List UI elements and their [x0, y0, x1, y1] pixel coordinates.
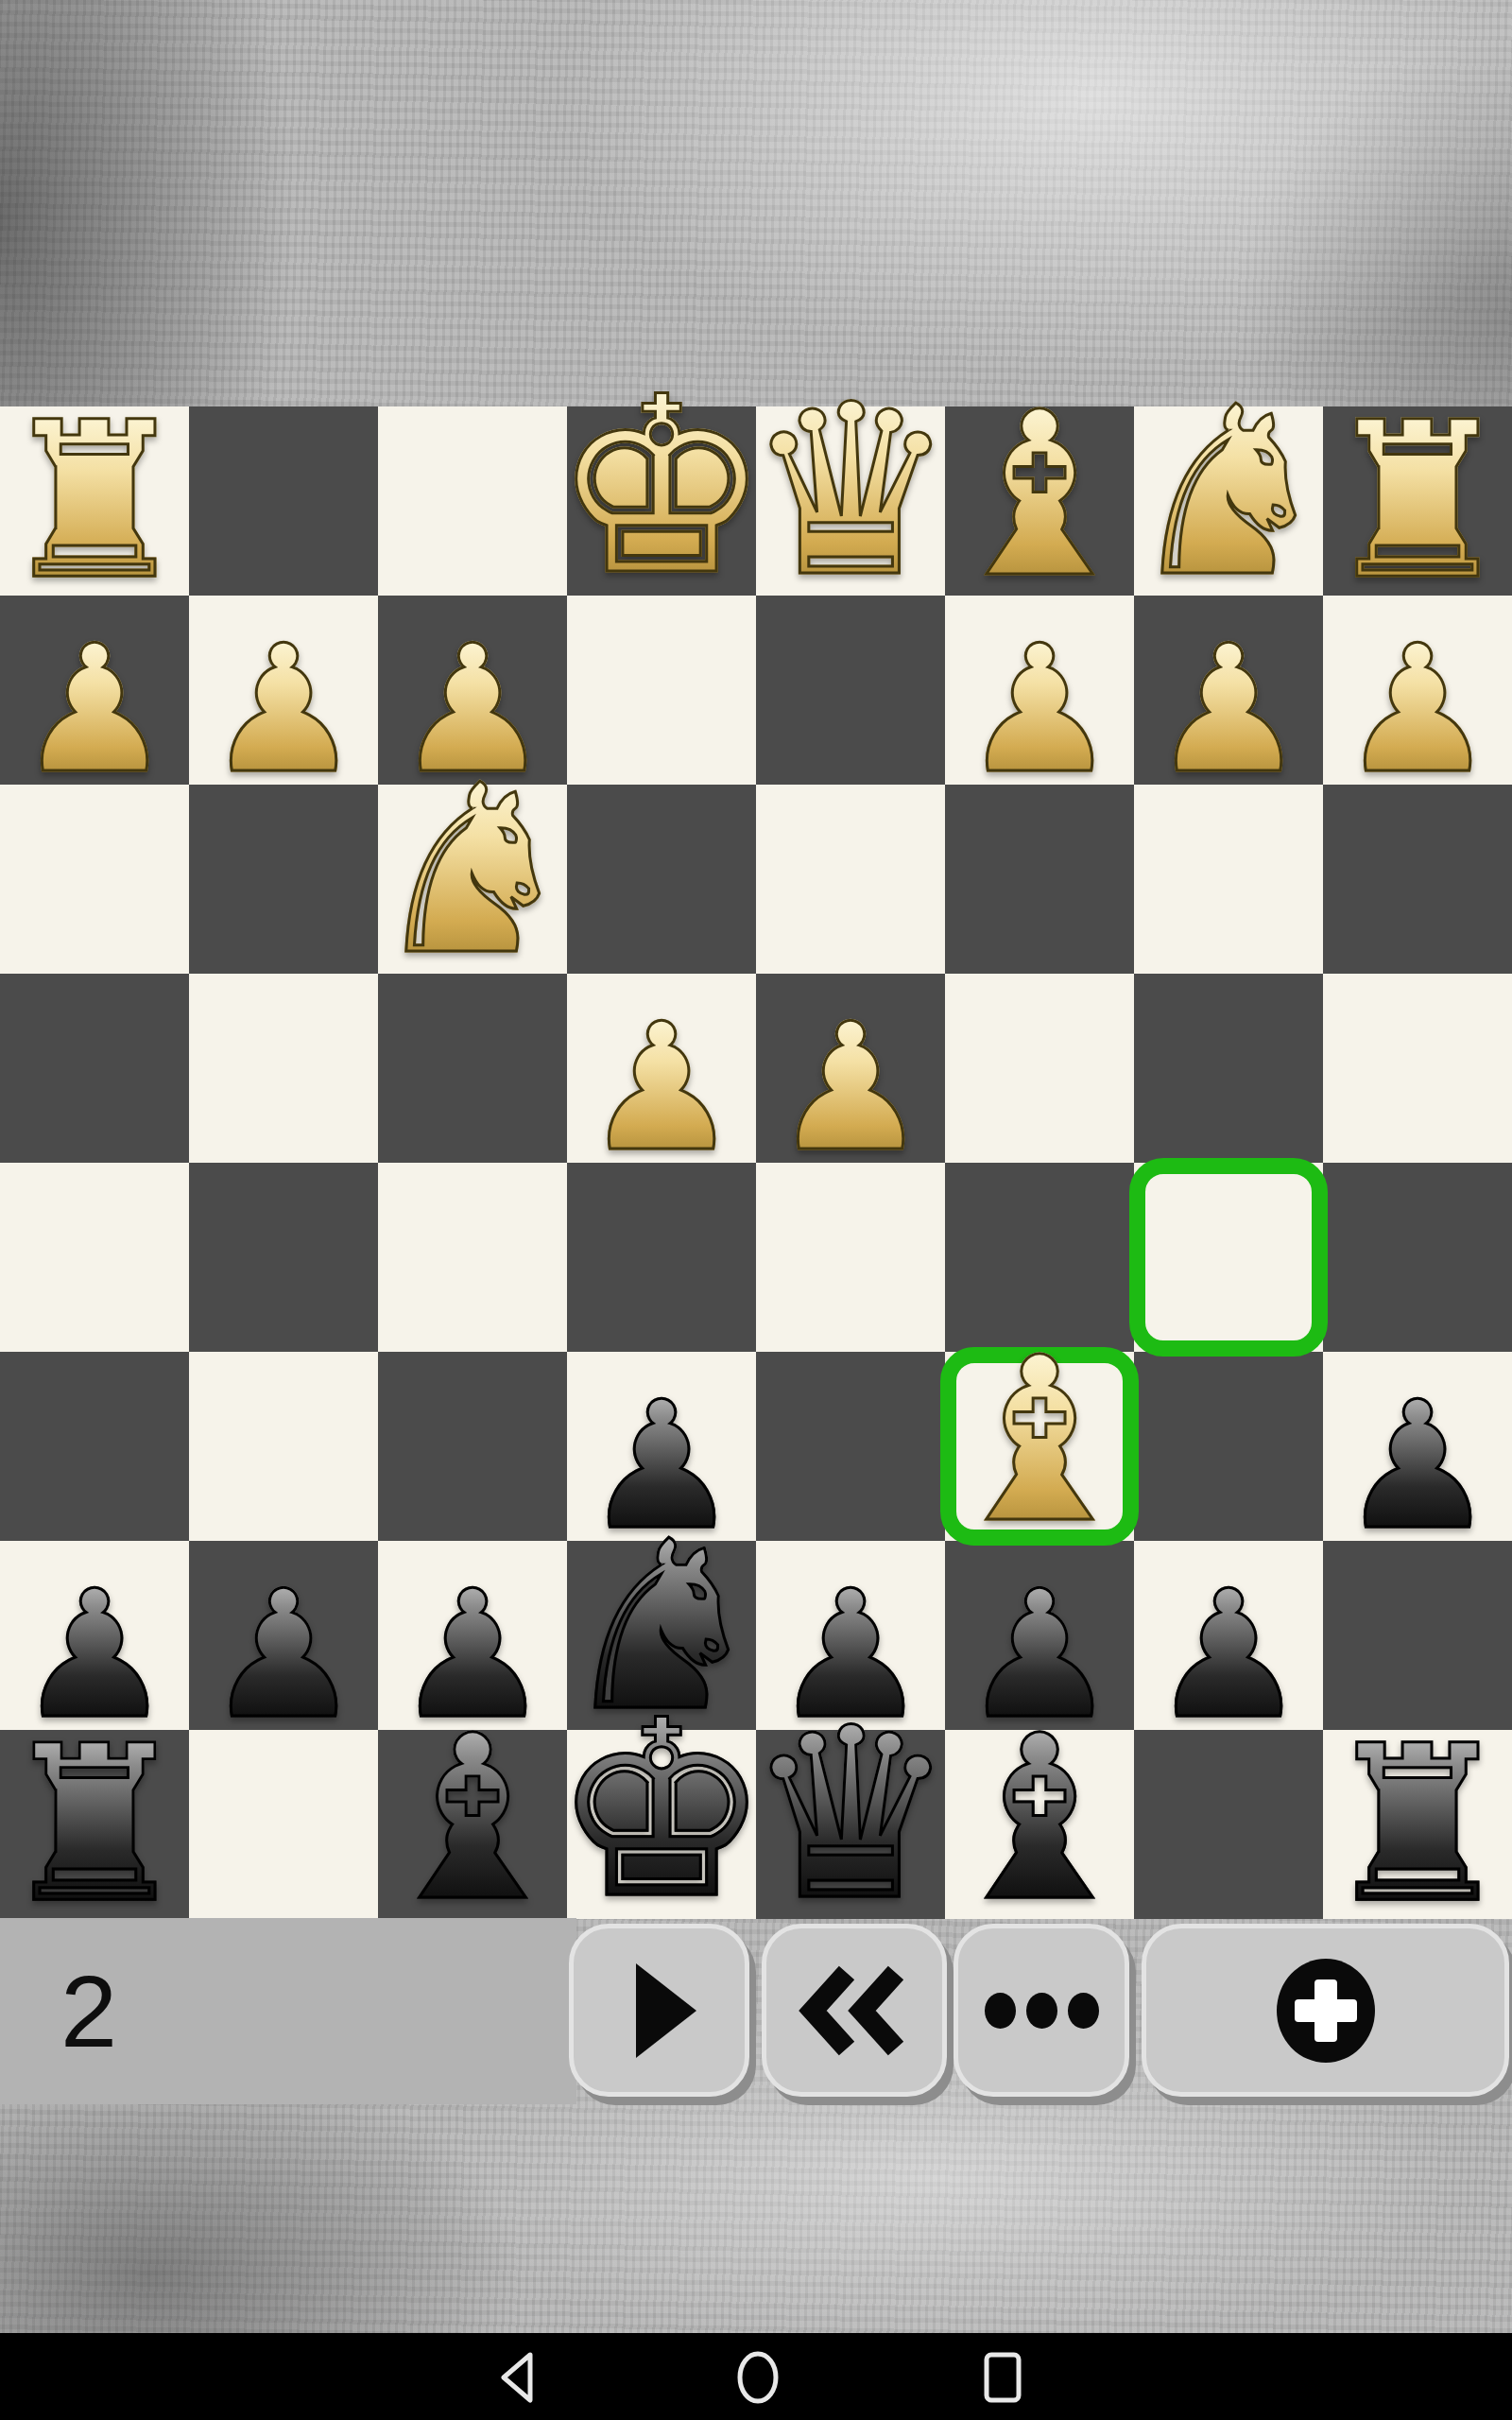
- white-bishop-glyph: ♝: [937, 385, 1141, 607]
- square-g4[interactable]: [189, 974, 378, 1163]
- black-pawn-glyph: ♟: [1339, 1380, 1497, 1552]
- black-pawn-glyph: ♟: [1150, 1569, 1308, 1741]
- white-pawn-glyph: ♟: [205, 624, 363, 796]
- square-h6[interactable]: [0, 1352, 189, 1541]
- black-pawn-glyph: ♟: [205, 1569, 363, 1741]
- square-g5[interactable]: [189, 1163, 378, 1352]
- white-pawn-h2[interactable]: ♟: [0, 596, 189, 785]
- black-bishop-f8[interactable]: ♝: [378, 1730, 567, 1919]
- white-pawn-a2[interactable]: ♟: [1323, 596, 1512, 785]
- white-knight-f3[interactable]: ♞: [378, 785, 567, 974]
- plus-circle-icon: [1277, 1959, 1375, 2063]
- double-chevron-left-icon: [798, 1965, 911, 2056]
- square-b8[interactable]: [1134, 1730, 1323, 1919]
- square-b4[interactable]: [1134, 974, 1323, 1163]
- square-e3[interactable]: [567, 785, 756, 974]
- black-pawn-b7[interactable]: ♟: [1134, 1541, 1323, 1730]
- white-pawn-g2[interactable]: ♟: [189, 596, 378, 785]
- back-triangle-icon[interactable]: [492, 2349, 538, 2406]
- recents-square-icon[interactable]: [980, 2349, 1025, 2406]
- white-pawn-glyph: ♟: [16, 624, 174, 796]
- white-pawn-c2[interactable]: ♟: [945, 596, 1134, 785]
- square-g1[interactable]: [189, 406, 378, 596]
- white-pawn-glyph: ♟: [772, 1002, 930, 1174]
- white-pawn-glyph: ♟: [1339, 624, 1497, 796]
- black-bishop-glyph: ♝: [370, 1708, 574, 1930]
- square-a5[interactable]: [1323, 1163, 1512, 1352]
- white-knight-glyph: ♞: [369, 757, 577, 985]
- white-pawn-b2[interactable]: ♟: [1134, 596, 1323, 785]
- white-rook-glyph: ♜: [0, 396, 191, 607]
- square-f1[interactable]: [378, 406, 567, 596]
- black-king-glyph: ♚: [552, 1691, 770, 1930]
- white-queen-d1[interactable]: ♛: [756, 406, 945, 596]
- square-f5[interactable]: [378, 1163, 567, 1352]
- square-g6[interactable]: [189, 1352, 378, 1541]
- black-pawn-g7[interactable]: ♟: [189, 1541, 378, 1730]
- chess-board[interactable]: ♜♞♝♛♚♜♟♟♟♟♟♟♞♟♟♝♟♟♟♟♟♞♟♟♟♜♝♛♚♝♜: [0, 406, 1512, 1919]
- white-bishop-glyph: ♝: [937, 1330, 1141, 1552]
- square-g3[interactable]: [189, 785, 378, 974]
- square-c3[interactable]: [945, 785, 1134, 974]
- black-queen-glyph: ♛: [745, 1699, 956, 1930]
- square-h4[interactable]: [0, 974, 189, 1163]
- square-b6[interactable]: [1134, 1352, 1323, 1541]
- white-pawn-glyph: ♟: [1150, 624, 1308, 796]
- square-b3[interactable]: [1134, 785, 1323, 974]
- black-rook-glyph: ♜: [1321, 1720, 1512, 1930]
- black-rook-a8[interactable]: ♜: [1323, 1730, 1512, 1919]
- square-h5[interactable]: [0, 1163, 189, 1352]
- white-knight-b1[interactable]: ♞: [1134, 406, 1323, 596]
- white-rook-glyph: ♜: [1321, 396, 1512, 607]
- square-g8[interactable]: [189, 1730, 378, 1919]
- black-rook-glyph: ♜: [0, 1720, 191, 1930]
- white-king-glyph: ♚: [552, 368, 770, 607]
- black-bishop-c8[interactable]: ♝: [945, 1730, 1134, 1919]
- white-king-e1[interactable]: ♚: [567, 406, 756, 596]
- white-pawn-glyph: ♟: [961, 624, 1119, 796]
- square-f6[interactable]: [378, 1352, 567, 1541]
- white-rook-a1[interactable]: ♜: [1323, 406, 1512, 596]
- square-d5[interactable]: [756, 1163, 945, 1352]
- white-pawn-glyph: ♟: [583, 1002, 741, 1174]
- black-bishop-glyph: ♝: [937, 1708, 1141, 1930]
- black-king-e8[interactable]: ♚: [567, 1730, 756, 1919]
- square-a3[interactable]: [1323, 785, 1512, 974]
- square-e5[interactable]: [567, 1163, 756, 1352]
- square-d6[interactable]: [756, 1352, 945, 1541]
- android-navigation-bar: [0, 2333, 1512, 2420]
- white-pawn-e4[interactable]: ♟: [567, 974, 756, 1163]
- home-circle-icon[interactable]: [735, 2349, 781, 2406]
- play-icon: [636, 1963, 696, 2058]
- white-queen-glyph: ♛: [745, 375, 956, 607]
- white-bishop-c6[interactable]: ♝: [945, 1352, 1134, 1541]
- white-knight-glyph: ♞: [1125, 379, 1333, 607]
- white-pawn-d4[interactable]: ♟: [756, 974, 945, 1163]
- square-h3[interactable]: [0, 785, 189, 974]
- ellipsis-icon: [985, 1993, 1099, 2029]
- white-rook-h1[interactable]: ♜: [0, 406, 189, 596]
- move-counter: 2: [60, 1952, 117, 2070]
- black-rook-h8[interactable]: ♜: [0, 1730, 189, 1919]
- last-move-highlight-b5: [1129, 1158, 1328, 1357]
- white-bishop-c1[interactable]: ♝: [945, 406, 1134, 596]
- square-c4[interactable]: [945, 974, 1134, 1163]
- square-a4[interactable]: [1323, 974, 1512, 1163]
- square-d3[interactable]: [756, 785, 945, 974]
- black-queen-d8[interactable]: ♛: [756, 1730, 945, 1919]
- black-pawn-a6[interactable]: ♟: [1323, 1352, 1512, 1541]
